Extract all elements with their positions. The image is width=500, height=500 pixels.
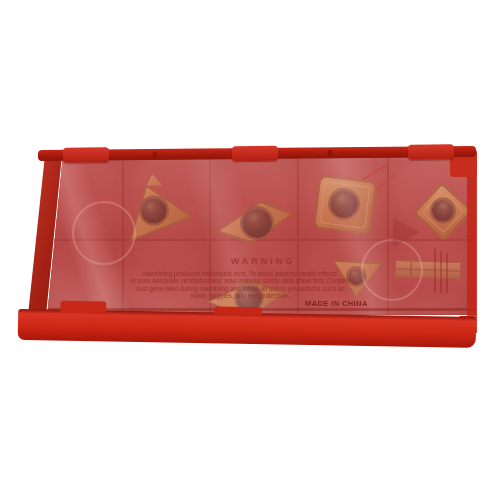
product-photo: WARNING Machining produces hazardous dus…	[0, 0, 500, 500]
latch-bump	[214, 306, 262, 315]
lid-scratch	[362, 163, 388, 180]
lid-scratch	[440, 251, 442, 293]
insert-box: WARNING Machining produces hazardous dus…	[18, 145, 478, 355]
lid-mold-circle-left	[72, 201, 136, 265]
hinge-tab	[63, 147, 109, 162]
lid-scratch	[376, 173, 395, 190]
rim-notch	[328, 150, 332, 156]
box-hinge-rail	[38, 146, 476, 161]
box-base	[18, 309, 476, 348]
box-right-edge	[467, 153, 477, 333]
latch-tab	[60, 301, 106, 314]
translucent-lid	[42, 157, 476, 315]
lid-mold-circle-right	[361, 239, 423, 301]
hinge-tab	[232, 146, 278, 161]
lid-scratch	[446, 253, 448, 293]
rim-notch	[153, 152, 157, 158]
hinge-tab	[408, 144, 454, 159]
lid-scratch	[434, 249, 436, 293]
